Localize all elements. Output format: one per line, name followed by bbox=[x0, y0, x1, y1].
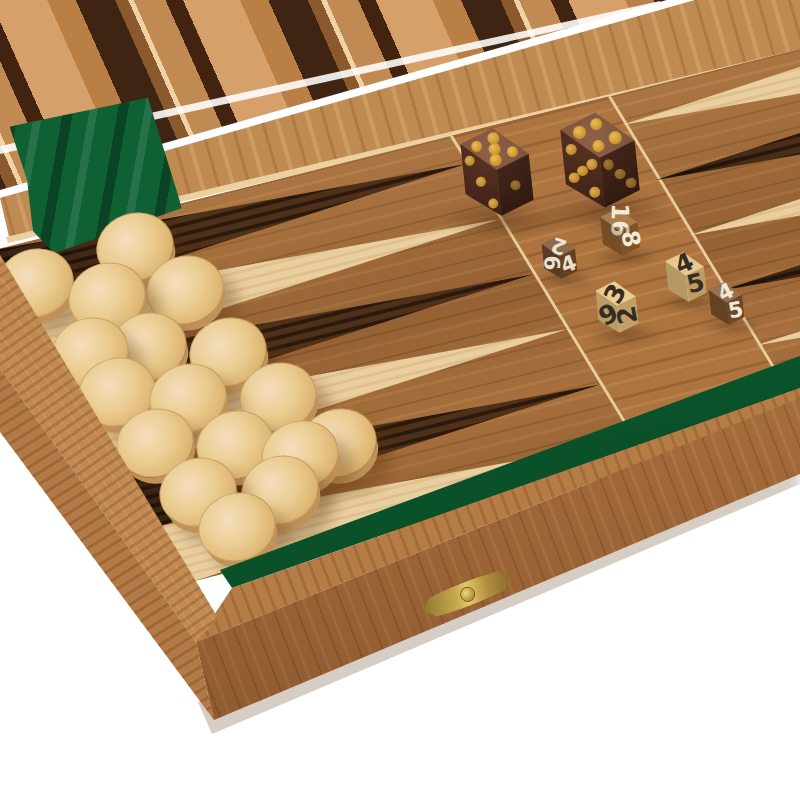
die-1[interactable] bbox=[446, 121, 547, 222]
die-pip bbox=[608, 131, 622, 145]
die-pip bbox=[487, 198, 498, 209]
number-cube-3[interactable]: 45 bbox=[701, 278, 750, 327]
die-2[interactable] bbox=[545, 105, 655, 215]
number-cube-1[interactable]: 264 bbox=[534, 232, 583, 281]
number-cube-4[interactable]: 362 bbox=[587, 277, 646, 336]
die-pip bbox=[586, 158, 598, 170]
doubling-cube[interactable]: 168 bbox=[593, 205, 648, 260]
latch-pin-icon bbox=[459, 586, 476, 603]
die-pip bbox=[489, 154, 502, 167]
die-pip bbox=[510, 179, 521, 190]
scene: 1682644545362 bbox=[0, 0, 800, 801]
